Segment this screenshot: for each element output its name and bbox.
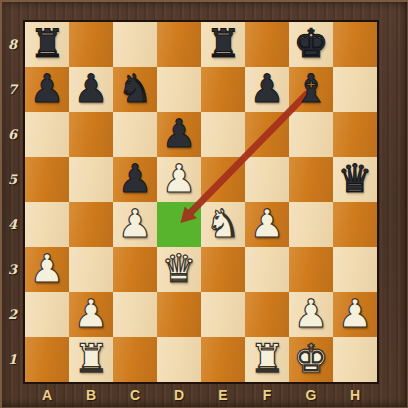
square-b5[interactable] (69, 157, 113, 202)
square-d1[interactable] (157, 337, 201, 382)
square-h8[interactable] (333, 22, 377, 67)
square-b3[interactable] (69, 247, 113, 292)
square-e2[interactable] (201, 292, 245, 337)
square-c3[interactable] (113, 247, 157, 292)
square-c6[interactable] (113, 112, 157, 157)
piece-black-pawn-a7[interactable]: ♟ (25, 67, 69, 112)
rank-label-4: 4 (3, 202, 22, 247)
square-e5[interactable] (201, 157, 245, 202)
file-label-H: H (333, 385, 377, 406)
square-g3[interactable] (289, 247, 333, 292)
rank-label-7: 7 (3, 67, 22, 112)
square-a1[interactable] (25, 337, 69, 382)
square-f5[interactable] (245, 157, 289, 202)
piece-black-rook-e8[interactable]: ♜ (201, 22, 245, 67)
rank-label-2: 2 (3, 292, 22, 337)
rank-label-3: 3 (3, 247, 22, 292)
square-c2[interactable] (113, 292, 157, 337)
square-e3[interactable] (201, 247, 245, 292)
square-h3[interactable] (333, 247, 377, 292)
square-a2[interactable] (25, 292, 69, 337)
square-f3[interactable] (245, 247, 289, 292)
piece-white-king-g1[interactable]: ♚ (289, 337, 333, 382)
square-h7[interactable] (333, 67, 377, 112)
file-label-C: C (113, 385, 157, 406)
piece-black-knight-c7[interactable]: ♞ (113, 67, 157, 112)
piece-black-bishop-g7[interactable]: ♝ (289, 67, 333, 112)
piece-black-queen-h5[interactable]: ♛ (333, 157, 377, 202)
piece-black-pawn-c5[interactable]: ♟ (113, 157, 157, 202)
square-f2[interactable] (245, 292, 289, 337)
square-h6[interactable] (333, 112, 377, 157)
piece-white-pawn-b2[interactable]: ♟ (69, 292, 113, 337)
square-c8[interactable] (113, 22, 157, 67)
file-label-B: B (69, 385, 113, 406)
square-e1[interactable] (201, 337, 245, 382)
piece-white-pawn-c4[interactable]: ♟ (113, 202, 157, 247)
square-c1[interactable] (113, 337, 157, 382)
file-label-F: F (245, 385, 289, 406)
square-h4[interactable] (333, 202, 377, 247)
square-b4[interactable] (69, 202, 113, 247)
square-d8[interactable] (157, 22, 201, 67)
piece-black-king-g8[interactable]: ♚ (289, 22, 333, 67)
piece-white-pawn-g2[interactable]: ♟ (289, 292, 333, 337)
square-f6[interactable] (245, 112, 289, 157)
rank-label-1: 1 (3, 337, 22, 382)
piece-white-pawn-h2[interactable]: ♟ (333, 292, 377, 337)
square-b8[interactable] (69, 22, 113, 67)
chess-board-screenshot: { "game": "chess", "position": { "fen": … (0, 0, 408, 408)
piece-white-pawn-f4[interactable]: ♟ (245, 202, 289, 247)
square-e6[interactable] (201, 112, 245, 157)
piece-white-knight-e4[interactable]: ♞ (201, 202, 245, 247)
rank-label-6: 6 (3, 112, 22, 157)
square-a4[interactable] (25, 202, 69, 247)
square-b6[interactable] (69, 112, 113, 157)
piece-white-rook-b1[interactable]: ♜ (69, 337, 113, 382)
rank-label-8: 8 (3, 22, 22, 67)
file-label-G: G (289, 385, 333, 406)
square-a6[interactable] (25, 112, 69, 157)
square-h1[interactable] (333, 337, 377, 382)
piece-black-pawn-b7[interactable]: ♟ (69, 67, 113, 112)
piece-white-pawn-d5[interactable]: ♟ (157, 157, 201, 202)
square-d4[interactable] (157, 202, 201, 247)
square-f8[interactable] (245, 22, 289, 67)
square-d7[interactable] (157, 67, 201, 112)
piece-white-pawn-a3[interactable]: ♟ (25, 247, 69, 292)
piece-white-rook-f1[interactable]: ♜ (245, 337, 289, 382)
square-g4[interactable] (289, 202, 333, 247)
square-g6[interactable] (289, 112, 333, 157)
file-label-A: A (25, 385, 69, 406)
square-a5[interactable] (25, 157, 69, 202)
piece-black-pawn-d6[interactable]: ♟ (157, 112, 201, 157)
rank-label-5: 5 (3, 157, 22, 202)
file-label-D: D (157, 385, 201, 406)
piece-black-pawn-f7[interactable]: ♟ (245, 67, 289, 112)
square-e7[interactable] (201, 67, 245, 112)
square-g5[interactable] (289, 157, 333, 202)
piece-black-rook-a8[interactable]: ♜ (25, 22, 69, 67)
square-d2[interactable] (157, 292, 201, 337)
file-label-E: E (201, 385, 245, 406)
piece-white-queen-d3[interactable]: ♛ (157, 247, 201, 292)
